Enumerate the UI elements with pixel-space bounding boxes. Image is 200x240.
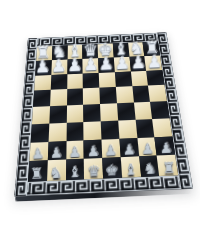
- white-pawn: ♟: [159, 141, 172, 156]
- square-g1: ♞: [139, 156, 160, 177]
- square-g4: [133, 102, 152, 120]
- square-d6: [83, 73, 100, 89]
- square-b2: ♟: [48, 141, 66, 161]
- white-pawn: ♟: [50, 146, 63, 161]
- square-e4: [100, 103, 118, 121]
- square-f4: [117, 103, 135, 121]
- square-f6: [115, 71, 132, 87]
- square-h1: ♜: [157, 155, 178, 176]
- square-f7: ♟: [114, 57, 131, 72]
- white-king: ♚: [105, 163, 119, 178]
- white-pawn: ♟: [68, 145, 81, 160]
- chess-board: ♜♞♝♛♚♝♞♜♟♟♟♟♟♟♟♟♟♟♟♟♟♟♟♟♜♞♝♛♚♝♞♜: [14, 32, 193, 196]
- square-f3: [118, 120, 137, 139]
- square-c3: [66, 122, 84, 141]
- square-h7: ♟: [145, 55, 163, 70]
- board-grid: ♜♞♝♛♚♝♞♜♟♟♟♟♟♟♟♟♟♟♟♟♟♟♟♟♜♞♝♛♚♝♞♜: [28, 42, 178, 182]
- white-pawn: ♟: [31, 147, 44, 162]
- square-f5: [116, 86, 134, 103]
- square-g3: [135, 119, 154, 138]
- black-pawn: ♟: [146, 53, 162, 71]
- black-pawn: ♟: [98, 55, 114, 73]
- square-a3: [31, 123, 49, 142]
- square-b1: ♞: [47, 160, 66, 181]
- square-c5: [67, 89, 84, 106]
- square-e6: [99, 72, 116, 88]
- black-pawn: ♟: [114, 54, 130, 72]
- square-d4: [83, 104, 100, 122]
- square-g6: [130, 70, 148, 86]
- white-pawn: ♟: [104, 143, 117, 158]
- square-h2: ♟: [155, 136, 176, 156]
- white-pawn: ♟: [123, 143, 136, 158]
- black-pawn: ♟: [130, 53, 146, 71]
- black-pawn: ♟: [67, 56, 83, 74]
- square-f1: ♝: [120, 157, 140, 178]
- square-b6: [50, 74, 66, 90]
- square-h5: [148, 85, 167, 102]
- square-c2: ♟: [66, 140, 84, 160]
- white-queen: ♛: [87, 164, 101, 179]
- square-b4: [49, 105, 66, 123]
- white-rook: ♜: [162, 161, 176, 176]
- square-g7: ♟: [129, 56, 146, 71]
- square-a4: [32, 106, 50, 124]
- white-rook: ♜: [30, 167, 44, 182]
- white-knight: ♞: [49, 166, 63, 181]
- square-g5: [132, 86, 150, 103]
- square-d3: [84, 121, 102, 140]
- chess-set-photo: ♜♞♝♛♚♝♞♜♟♟♟♟♟♟♟♟♟♟♟♟♟♟♟♟♜♞♝♛♚♝♞♜: [0, 0, 200, 200]
- square-a5: [33, 90, 50, 107]
- square-a7: ♟: [35, 60, 51, 75]
- square-c7: ♟: [67, 59, 83, 74]
- square-c1: ♝: [66, 159, 85, 180]
- square-f2: ♟: [119, 138, 139, 158]
- black-pawn: ♟: [82, 55, 98, 73]
- white-pawn: ♟: [86, 144, 99, 159]
- square-a6: [34, 75, 51, 91]
- square-d5: [83, 88, 100, 105]
- white-bishop: ♝: [124, 162, 138, 177]
- square-b5: [50, 89, 67, 106]
- square-a1: ♜: [28, 161, 48, 182]
- white-pawn: ♟: [141, 142, 154, 157]
- black-pawn: ♟: [51, 57, 67, 75]
- white-bishop: ♝: [68, 165, 82, 180]
- square-h4: [150, 101, 169, 119]
- square-d7: ♟: [83, 58, 99, 73]
- square-b3: [48, 123, 66, 142]
- white-knight: ♞: [143, 162, 157, 177]
- square-c4: [66, 105, 83, 123]
- black-pawn: ♟: [35, 58, 51, 76]
- square-d1: ♛: [84, 158, 103, 179]
- square-b7: ♟: [51, 59, 67, 74]
- square-e2: ♟: [101, 138, 120, 158]
- square-e1: ♚: [102, 157, 122, 178]
- square-e5: [99, 87, 116, 104]
- square-c6: [67, 73, 83, 89]
- square-d2: ♟: [84, 139, 102, 159]
- square-a2: ♟: [29, 141, 48, 161]
- square-e7: ♟: [98, 57, 114, 72]
- square-h6: [146, 70, 164, 86]
- square-e3: [101, 120, 119, 139]
- square-h3: [152, 118, 172, 137]
- square-g2: ♟: [137, 137, 157, 157]
